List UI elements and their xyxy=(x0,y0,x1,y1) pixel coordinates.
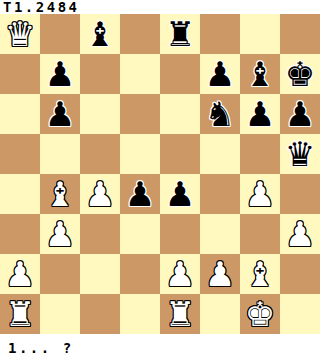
piece-white-rook-a1[interactable]: ♜ xyxy=(0,294,40,334)
square-d5[interactable] xyxy=(120,134,160,174)
square-c7[interactable] xyxy=(80,54,120,94)
chess-diagram: T1.2484 ♛♝♜♟♟♝♚♟♞♟♟♛♝♟♟♟♟♟♟♟♟♟♝♜♜♚ 1... … xyxy=(0,0,320,360)
square-d1[interactable] xyxy=(120,294,160,334)
square-h4[interactable] xyxy=(280,174,320,214)
piece-white-rook-e1[interactable]: ♜ xyxy=(160,294,200,334)
piece-white-pawn-f2[interactable]: ♟ xyxy=(200,254,240,294)
piece-black-queen-h5[interactable]: ♛ xyxy=(280,134,320,174)
piece-black-pawn-g6[interactable]: ♟ xyxy=(240,94,280,134)
square-g7[interactable]: ♝ xyxy=(240,54,280,94)
square-b2[interactable] xyxy=(40,254,80,294)
square-a7[interactable] xyxy=(0,54,40,94)
square-d8[interactable] xyxy=(120,14,160,54)
square-d4[interactable]: ♟ xyxy=(120,174,160,214)
square-b7[interactable]: ♟ xyxy=(40,54,80,94)
piece-black-pawn-b6[interactable]: ♟ xyxy=(40,94,80,134)
square-b6[interactable]: ♟ xyxy=(40,94,80,134)
piece-black-pawn-f7[interactable]: ♟ xyxy=(200,54,240,94)
square-f8[interactable] xyxy=(200,14,240,54)
square-g1[interactable]: ♚ xyxy=(240,294,280,334)
piece-black-knight-f6[interactable]: ♞ xyxy=(200,94,240,134)
square-g5[interactable] xyxy=(240,134,280,174)
square-e3[interactable] xyxy=(160,214,200,254)
square-a3[interactable] xyxy=(0,214,40,254)
square-g4[interactable]: ♟ xyxy=(240,174,280,214)
piece-black-king-h7[interactable]: ♚ xyxy=(280,54,320,94)
square-h2[interactable] xyxy=(280,254,320,294)
square-a1[interactable]: ♜ xyxy=(0,294,40,334)
piece-white-bishop-g2[interactable]: ♝ xyxy=(240,254,280,294)
square-g8[interactable] xyxy=(240,14,280,54)
square-f1[interactable] xyxy=(200,294,240,334)
piece-black-rook-e8[interactable]: ♜ xyxy=(160,14,200,54)
piece-black-pawn-e4[interactable]: ♟ xyxy=(160,174,200,214)
square-a8[interactable]: ♛ xyxy=(0,14,40,54)
piece-black-pawn-h6[interactable]: ♟ xyxy=(280,94,320,134)
square-b4[interactable]: ♝ xyxy=(40,174,80,214)
puzzle-id-label: T1.2484 xyxy=(0,0,320,14)
piece-black-pawn-b7[interactable]: ♟ xyxy=(40,54,80,94)
square-e7[interactable] xyxy=(160,54,200,94)
piece-white-pawn-h3[interactable]: ♟ xyxy=(280,214,320,254)
square-h1[interactable] xyxy=(280,294,320,334)
square-e6[interactable] xyxy=(160,94,200,134)
square-c1[interactable] xyxy=(80,294,120,334)
square-c8[interactable]: ♝ xyxy=(80,14,120,54)
square-f2[interactable]: ♟ xyxy=(200,254,240,294)
piece-white-pawn-c4[interactable]: ♟ xyxy=(80,174,120,214)
square-f7[interactable]: ♟ xyxy=(200,54,240,94)
piece-black-pawn-d4[interactable]: ♟ xyxy=(120,174,160,214)
square-d3[interactable] xyxy=(120,214,160,254)
square-c3[interactable] xyxy=(80,214,120,254)
square-g2[interactable]: ♝ xyxy=(240,254,280,294)
piece-white-pawn-a2[interactable]: ♟ xyxy=(0,254,40,294)
square-f6[interactable]: ♞ xyxy=(200,94,240,134)
square-d7[interactable] xyxy=(120,54,160,94)
square-d2[interactable] xyxy=(120,254,160,294)
square-a2[interactable]: ♟ xyxy=(0,254,40,294)
square-h3[interactable]: ♟ xyxy=(280,214,320,254)
chess-board: ♛♝♜♟♟♝♚♟♞♟♟♛♝♟♟♟♟♟♟♟♟♟♝♜♜♚ xyxy=(0,14,320,334)
piece-white-king-g1[interactable]: ♚ xyxy=(240,294,280,334)
square-a6[interactable] xyxy=(0,94,40,134)
square-e8[interactable]: ♜ xyxy=(160,14,200,54)
square-e4[interactable]: ♟ xyxy=(160,174,200,214)
piece-white-pawn-e2[interactable]: ♟ xyxy=(160,254,200,294)
square-f3[interactable] xyxy=(200,214,240,254)
square-h7[interactable]: ♚ xyxy=(280,54,320,94)
square-c2[interactable] xyxy=(80,254,120,294)
square-a4[interactable] xyxy=(0,174,40,214)
square-c4[interactable]: ♟ xyxy=(80,174,120,214)
square-b5[interactable] xyxy=(40,134,80,174)
square-c6[interactable] xyxy=(80,94,120,134)
piece-black-bishop-c8[interactable]: ♝ xyxy=(80,14,120,54)
piece-black-bishop-g7[interactable]: ♝ xyxy=(240,54,280,94)
square-b1[interactable] xyxy=(40,294,80,334)
square-h6[interactable]: ♟ xyxy=(280,94,320,134)
move-prompt-label: 1... ? xyxy=(0,334,320,360)
square-e2[interactable]: ♟ xyxy=(160,254,200,294)
square-e5[interactable] xyxy=(160,134,200,174)
square-c5[interactable] xyxy=(80,134,120,174)
square-d6[interactable] xyxy=(120,94,160,134)
square-a5[interactable] xyxy=(0,134,40,174)
piece-white-queen-a8[interactable]: ♛ xyxy=(0,14,40,54)
square-g6[interactable]: ♟ xyxy=(240,94,280,134)
square-b8[interactable] xyxy=(40,14,80,54)
square-f4[interactable] xyxy=(200,174,240,214)
square-f5[interactable] xyxy=(200,134,240,174)
piece-white-pawn-b3[interactable]: ♟ xyxy=(40,214,80,254)
square-b3[interactable]: ♟ xyxy=(40,214,80,254)
square-h8[interactable] xyxy=(280,14,320,54)
square-h5[interactable]: ♛ xyxy=(280,134,320,174)
piece-white-pawn-g4[interactable]: ♟ xyxy=(240,174,280,214)
square-g3[interactable] xyxy=(240,214,280,254)
square-e1[interactable]: ♜ xyxy=(160,294,200,334)
piece-white-bishop-b4[interactable]: ♝ xyxy=(40,174,80,214)
